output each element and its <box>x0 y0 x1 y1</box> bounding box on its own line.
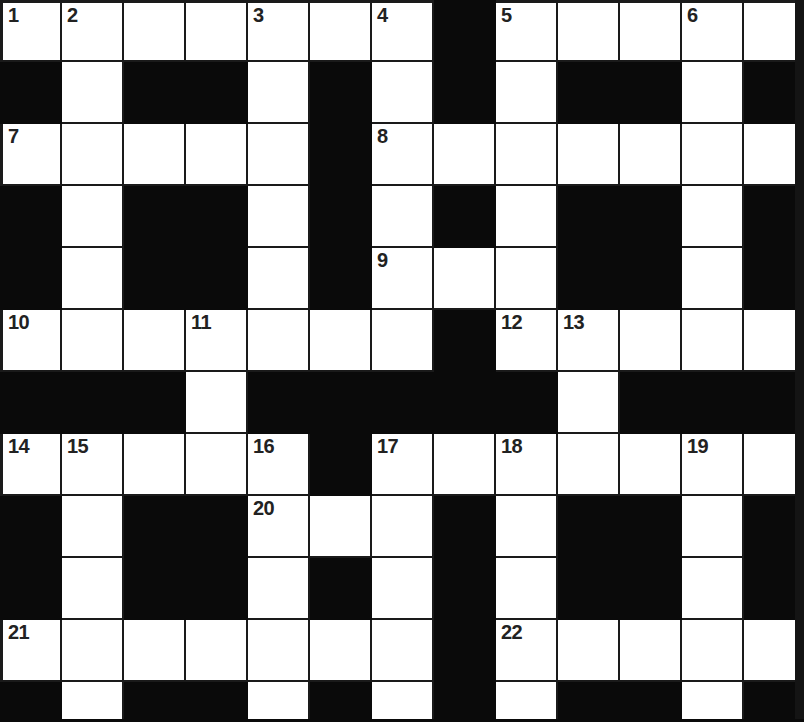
black-cell-r1c7 <box>434 62 496 124</box>
black-cell-r1c0 <box>0 62 62 124</box>
black-cell-r1c9 <box>558 62 620 124</box>
black-cell-r0c7 <box>434 0 496 62</box>
white-cell-r0c11[interactable]: 6 <box>682 0 744 62</box>
black-cell-r11c3 <box>186 682 248 722</box>
white-cell-r5c0[interactable]: 10 <box>0 310 62 372</box>
white-cell-r11c1[interactable] <box>62 682 124 722</box>
white-cell-r10c8[interactable]: 22 <box>496 620 558 682</box>
white-cell-r10c0[interactable]: 21 <box>0 620 62 682</box>
black-cell-r8c0 <box>0 496 62 558</box>
clue-number-5: 5 <box>501 5 512 26</box>
white-cell-r9c8[interactable] <box>496 558 558 620</box>
white-cell-r2c10[interactable] <box>620 124 682 186</box>
clue-number-21: 21 <box>8 622 29 643</box>
white-cell-r7c4[interactable]: 16 <box>248 434 310 496</box>
black-cell-r4c0 <box>0 248 62 310</box>
black-cell-r1c10 <box>620 62 682 124</box>
white-cell-r9c4[interactable] <box>248 558 310 620</box>
black-cell-r9c0 <box>0 558 62 620</box>
white-cell-r5c11[interactable] <box>682 310 744 372</box>
white-cell-r0c3[interactable] <box>186 0 248 62</box>
white-cell-r5c6[interactable] <box>372 310 434 372</box>
black-cell-r11c7 <box>434 682 496 722</box>
white-cell-r5c3[interactable]: 11 <box>186 310 248 372</box>
right-edge-strip <box>795 0 804 722</box>
white-cell-r10c5[interactable] <box>310 620 372 682</box>
clue-number-1: 1 <box>8 5 19 26</box>
black-cell-r8c10 <box>620 496 682 558</box>
black-cell-r4c2 <box>124 248 186 310</box>
black-cell-r8c9 <box>558 496 620 558</box>
black-cell-r11c5 <box>310 682 372 722</box>
white-cell-r9c1[interactable] <box>62 558 124 620</box>
clue-number-6: 6 <box>687 5 698 26</box>
black-cell-r1c2 <box>124 62 186 124</box>
white-cell-r0c2[interactable] <box>124 0 186 62</box>
white-cell-r7c7[interactable] <box>434 434 496 496</box>
clue-number-18: 18 <box>501 436 522 457</box>
white-cell-r9c6[interactable] <box>372 558 434 620</box>
white-cell-r5c9[interactable]: 13 <box>558 310 620 372</box>
black-cell-r3c7 <box>434 186 496 248</box>
white-cell-r0c10[interactable] <box>620 0 682 62</box>
clue-number-22: 22 <box>501 622 522 643</box>
black-cell-r6c0 <box>0 372 62 434</box>
black-cell-r2c5 <box>310 124 372 186</box>
black-cell-r11c9 <box>558 682 620 722</box>
white-cell-r5c5[interactable] <box>310 310 372 372</box>
white-cell-r1c1[interactable] <box>62 62 124 124</box>
crossword-grid: 12345678910111213141516171819202122 <box>0 0 804 722</box>
black-cell-r3c10 <box>620 186 682 248</box>
white-cell-r10c6[interactable] <box>372 620 434 682</box>
white-cell-r8c4[interactable]: 20 <box>248 496 310 558</box>
black-cell-r3c5 <box>310 186 372 248</box>
clue-number-11: 11 <box>191 312 211 333</box>
white-cell-r2c3[interactable] <box>186 124 248 186</box>
white-cell-r4c1[interactable] <box>62 248 124 310</box>
black-cell-r6c2 <box>124 372 186 434</box>
white-cell-r7c9[interactable] <box>558 434 620 496</box>
white-cell-r1c11[interactable] <box>682 62 744 124</box>
black-cell-r11c0 <box>0 682 62 722</box>
white-cell-r0c4[interactable]: 3 <box>248 0 310 62</box>
black-cell-r6c1 <box>62 372 124 434</box>
white-cell-r11c4[interactable] <box>248 682 310 722</box>
white-cell-r0c9[interactable] <box>558 0 620 62</box>
black-cell-r6c6 <box>372 372 434 434</box>
white-cell-r0c1[interactable]: 2 <box>62 0 124 62</box>
black-cell-r8c3 <box>186 496 248 558</box>
crossword-puzzle: 12345678910111213141516171819202122 <box>0 0 804 722</box>
black-cell-r9c5 <box>310 558 372 620</box>
white-cell-r8c1[interactable] <box>62 496 124 558</box>
black-cell-r9c10 <box>620 558 682 620</box>
clue-number-9: 9 <box>377 250 388 271</box>
clue-number-16: 16 <box>253 436 274 457</box>
white-cell-r11c6[interactable] <box>372 682 434 722</box>
white-cell-r2c11[interactable] <box>682 124 744 186</box>
white-cell-r1c8[interactable] <box>496 62 558 124</box>
white-cell-r10c4[interactable] <box>248 620 310 682</box>
white-cell-r7c8[interactable]: 18 <box>496 434 558 496</box>
white-cell-r10c3[interactable] <box>186 620 248 682</box>
white-cell-r2c6[interactable]: 8 <box>372 124 434 186</box>
black-cell-r4c9 <box>558 248 620 310</box>
white-cell-r3c6[interactable] <box>372 186 434 248</box>
white-cell-r3c4[interactable] <box>248 186 310 248</box>
clue-number-13: 13 <box>563 312 584 333</box>
white-cell-r8c11[interactable] <box>682 496 744 558</box>
white-cell-r7c0[interactable]: 14 <box>0 434 62 496</box>
black-cell-r6c8 <box>496 372 558 434</box>
white-cell-r2c0[interactable]: 7 <box>0 124 62 186</box>
white-cell-r8c5[interactable] <box>310 496 372 558</box>
white-cell-r5c2[interactable] <box>124 310 186 372</box>
white-cell-r4c7[interactable] <box>434 248 496 310</box>
white-cell-r2c4[interactable] <box>248 124 310 186</box>
white-cell-r6c9[interactable] <box>558 372 620 434</box>
clue-number-14: 14 <box>8 436 29 457</box>
white-cell-r7c1[interactable]: 15 <box>62 434 124 496</box>
black-cell-r10c7 <box>434 620 496 682</box>
white-cell-r2c1[interactable] <box>62 124 124 186</box>
white-cell-r2c9[interactable] <box>558 124 620 186</box>
black-cell-r6c10 <box>620 372 682 434</box>
black-cell-r3c2 <box>124 186 186 248</box>
black-cell-r9c7 <box>434 558 496 620</box>
white-cell-r2c8[interactable] <box>496 124 558 186</box>
black-cell-r6c11 <box>682 372 744 434</box>
white-cell-r9c11[interactable] <box>682 558 744 620</box>
white-cell-r4c4[interactable] <box>248 248 310 310</box>
white-cell-r6c3[interactable] <box>186 372 248 434</box>
clue-number-4: 4 <box>377 5 388 26</box>
white-cell-r7c6[interactable]: 17 <box>372 434 434 496</box>
white-cell-r1c4[interactable] <box>248 62 310 124</box>
clue-number-8: 8 <box>377 126 388 147</box>
black-cell-r4c3 <box>186 248 248 310</box>
white-cell-r5c4[interactable] <box>248 310 310 372</box>
clue-number-7: 7 <box>8 126 19 147</box>
white-cell-r0c0[interactable]: 1 <box>0 0 62 62</box>
clue-number-17: 17 <box>377 436 398 457</box>
white-cell-r10c9[interactable] <box>558 620 620 682</box>
white-cell-r3c1[interactable] <box>62 186 124 248</box>
clue-number-10: 10 <box>8 312 29 333</box>
white-cell-r10c11[interactable] <box>682 620 744 682</box>
white-cell-r5c1[interactable] <box>62 310 124 372</box>
white-cell-r8c8[interactable] <box>496 496 558 558</box>
white-cell-r10c1[interactable] <box>62 620 124 682</box>
black-cell-r5c7 <box>434 310 496 372</box>
white-cell-r4c11[interactable] <box>682 248 744 310</box>
white-cell-r7c3[interactable] <box>186 434 248 496</box>
clue-number-3: 3 <box>253 5 264 26</box>
white-cell-r3c11[interactable] <box>682 186 744 248</box>
white-cell-r2c7[interactable] <box>434 124 496 186</box>
black-cell-r11c10 <box>620 682 682 722</box>
white-cell-r10c2[interactable] <box>124 620 186 682</box>
white-cell-r11c11[interactable] <box>682 682 744 722</box>
white-cell-r8c6[interactable] <box>372 496 434 558</box>
white-cell-r4c6[interactable]: 9 <box>372 248 434 310</box>
white-cell-r1c6[interactable] <box>372 62 434 124</box>
black-cell-r9c9 <box>558 558 620 620</box>
clue-number-20: 20 <box>253 498 274 519</box>
black-cell-r4c10 <box>620 248 682 310</box>
black-cell-r6c7 <box>434 372 496 434</box>
black-cell-r1c3 <box>186 62 248 124</box>
black-cell-r7c5 <box>310 434 372 496</box>
white-cell-r7c2[interactable] <box>124 434 186 496</box>
black-cell-r3c9 <box>558 186 620 248</box>
black-cell-r1c5 <box>310 62 372 124</box>
white-cell-r0c8[interactable]: 5 <box>496 0 558 62</box>
black-cell-r8c7 <box>434 496 496 558</box>
black-cell-r11c2 <box>124 682 186 722</box>
clue-number-15: 15 <box>67 436 88 457</box>
black-cell-r6c4 <box>248 372 310 434</box>
clue-number-2: 2 <box>67 5 78 26</box>
white-cell-r2c2[interactable] <box>124 124 186 186</box>
black-cell-r4c5 <box>310 248 372 310</box>
black-cell-r6c5 <box>310 372 372 434</box>
black-cell-r3c0 <box>0 186 62 248</box>
white-cell-r7c10[interactable] <box>620 434 682 496</box>
white-cell-r11c8[interactable] <box>496 682 558 722</box>
white-cell-r0c5[interactable] <box>310 0 372 62</box>
black-cell-r3c3 <box>186 186 248 248</box>
clue-number-19: 19 <box>687 436 708 457</box>
white-cell-r7c11[interactable]: 19 <box>682 434 744 496</box>
white-cell-r5c10[interactable] <box>620 310 682 372</box>
white-cell-r5c8[interactable]: 12 <box>496 310 558 372</box>
black-cell-r8c2 <box>124 496 186 558</box>
white-cell-r3c8[interactable] <box>496 186 558 248</box>
black-cell-r9c2 <box>124 558 186 620</box>
white-cell-r10c10[interactable] <box>620 620 682 682</box>
white-cell-r4c8[interactable] <box>496 248 558 310</box>
white-cell-r0c6[interactable]: 4 <box>372 0 434 62</box>
black-cell-r9c3 <box>186 558 248 620</box>
clue-number-12: 12 <box>501 312 522 333</box>
